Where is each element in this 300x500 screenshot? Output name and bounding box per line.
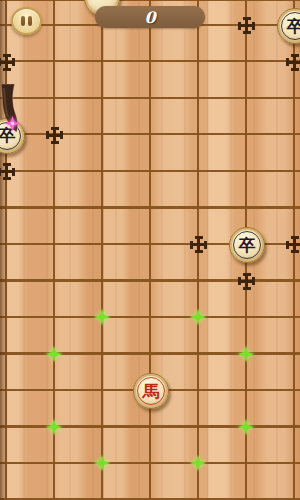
score-value: 0 — [144, 8, 155, 27]
move-hint-star[interactable] — [189, 454, 207, 472]
pause-button[interactable] — [11, 7, 42, 35]
move-hint-star[interactable] — [45, 345, 63, 363]
piece-red-horse[interactable]: 馬 — [133, 373, 169, 409]
point-marker — [238, 17, 255, 34]
piece-glyph: 卒 — [230, 228, 264, 262]
point-marker — [286, 54, 300, 71]
piece-black-soldier[interactable]: 卒 — [229, 227, 265, 263]
piece-glyph: 卒 — [278, 9, 300, 43]
point-marker — [286, 236, 300, 253]
piece-glyph: 馬 — [134, 374, 168, 408]
move-hint-star[interactable] — [189, 308, 207, 326]
move-hint-star[interactable] — [237, 418, 255, 436]
point-marker — [0, 54, 15, 71]
piece-black-soldier[interactable]: 卒 — [277, 8, 300, 44]
piece-black-soldier[interactable]: 卒 — [0, 118, 25, 154]
point-marker — [46, 127, 63, 144]
board-left-edge-shadow — [0, 0, 8, 500]
move-hint-star[interactable] — [45, 418, 63, 436]
move-hint-star[interactable] — [93, 454, 111, 472]
point-marker — [190, 236, 207, 253]
point-marker — [0, 163, 15, 180]
score-pill: 0 — [95, 6, 205, 28]
point-marker — [238, 273, 255, 290]
xiangqi-board[interactable]: 卒卒卒馬 0 — [0, 0, 300, 500]
move-hint-star[interactable] — [93, 308, 111, 326]
pause-icon — [21, 16, 32, 26]
piece-glyph: 卒 — [0, 119, 24, 153]
move-hint-star[interactable] — [237, 345, 255, 363]
